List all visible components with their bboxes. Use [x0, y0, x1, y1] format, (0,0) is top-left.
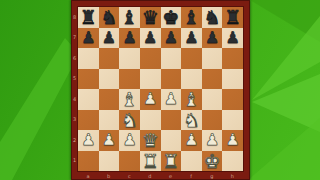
- square-c4[interactable]: ♝: [119, 89, 140, 110]
- piece-black-queen-d8[interactable]: ♛: [142, 7, 159, 27]
- square-c2[interactable]: ♟: [119, 130, 140, 151]
- square-e4[interactable]: ♟: [161, 89, 182, 110]
- piece-black-pawn-d7[interactable]: ♟: [143, 27, 157, 47]
- square-b1[interactable]: [99, 151, 120, 172]
- square-f7[interactable]: ♟: [181, 28, 202, 49]
- square-g4[interactable]: [202, 89, 223, 110]
- piece-black-rook-h8[interactable]: ♜: [224, 7, 241, 27]
- square-g2[interactable]: ♟: [202, 130, 223, 151]
- square-b5[interactable]: [99, 69, 120, 90]
- piece-white-king-g1[interactable]: ♚: [204, 150, 221, 170]
- square-g6[interactable]: [202, 48, 223, 69]
- square-h3[interactable]: [222, 110, 243, 131]
- rank-label-8: 8: [71, 15, 78, 20]
- piece-black-pawn-g7[interactable]: ♟: [205, 27, 219, 47]
- square-f2[interactable]: ♟: [181, 130, 202, 151]
- square-a7[interactable]: ♟: [78, 28, 99, 49]
- file-label-b: b: [104, 173, 114, 179]
- file-label-c: c: [124, 173, 134, 179]
- square-c8[interactable]: ♝: [119, 7, 140, 28]
- square-b4[interactable]: [99, 89, 120, 110]
- piece-black-pawn-f7[interactable]: ♟: [184, 27, 198, 47]
- square-b8[interactable]: ♞: [99, 7, 120, 28]
- rank-label-3: 3: [71, 117, 78, 122]
- rank-label-2: 2: [71, 138, 78, 143]
- chess-board[interactable]: ♜♞♝♛♚♝♞♜♟♟♟♟♟♟♟♟♝♟♟♝♞♞♟♟♟♛♟♟♟♜♜♚ 8765432…: [71, 0, 250, 180]
- piece-black-knight-b8[interactable]: ♞: [100, 7, 117, 27]
- square-h2[interactable]: ♟: [222, 130, 243, 151]
- piece-white-pawn-g2[interactable]: ♟: [205, 130, 219, 150]
- piece-white-pawn-e4[interactable]: ♟: [164, 89, 178, 109]
- square-g5[interactable]: [202, 69, 223, 90]
- square-h1[interactable]: [222, 151, 243, 172]
- square-d7[interactable]: ♟: [140, 28, 161, 49]
- piece-white-pawn-d4[interactable]: ♟: [143, 89, 157, 109]
- square-c6[interactable]: [119, 48, 140, 69]
- piece-black-pawn-c7[interactable]: ♟: [122, 27, 136, 47]
- rank-label-4: 4: [71, 97, 78, 102]
- square-a1[interactable]: [78, 151, 99, 172]
- piece-white-queen-d2[interactable]: ♛: [142, 130, 159, 150]
- square-e7[interactable]: ♟: [161, 28, 182, 49]
- square-e8[interactable]: ♚: [161, 7, 182, 28]
- piece-black-pawn-a7[interactable]: ♟: [81, 27, 95, 47]
- piece-black-rook-a8[interactable]: ♜: [80, 7, 97, 27]
- square-c3[interactable]: ♞: [119, 110, 140, 131]
- square-h4[interactable]: [222, 89, 243, 110]
- file-label-f: f: [186, 173, 196, 179]
- piece-white-rook-d1[interactable]: ♜: [142, 150, 159, 170]
- square-d6[interactable]: [140, 48, 161, 69]
- file-label-d: d: [145, 173, 155, 179]
- piece-white-pawn-h2[interactable]: ♟: [226, 130, 240, 150]
- piece-white-bishop-f4[interactable]: ♝: [183, 89, 200, 109]
- square-a3[interactable]: [78, 110, 99, 131]
- piece-black-bishop-c8[interactable]: ♝: [121, 7, 138, 27]
- square-c5[interactable]: [119, 69, 140, 90]
- file-label-h: h: [227, 173, 237, 179]
- square-b3[interactable]: [99, 110, 120, 131]
- square-c1[interactable]: [119, 151, 140, 172]
- square-e2[interactable]: [161, 130, 182, 151]
- square-g1[interactable]: ♚: [202, 151, 223, 172]
- piece-white-pawn-b2[interactable]: ♟: [102, 130, 116, 150]
- square-a2[interactable]: ♟: [78, 130, 99, 151]
- rank-label-1: 1: [71, 158, 78, 163]
- square-f6[interactable]: [181, 48, 202, 69]
- square-h7[interactable]: ♟: [222, 28, 243, 49]
- square-f4[interactable]: ♝: [181, 89, 202, 110]
- square-b6[interactable]: [99, 48, 120, 69]
- piece-white-pawn-c2[interactable]: ♟: [122, 130, 136, 150]
- piece-black-bishop-f8[interactable]: ♝: [183, 7, 200, 27]
- piece-white-pawn-a2[interactable]: ♟: [81, 130, 95, 150]
- square-d2[interactable]: ♛: [140, 130, 161, 151]
- file-label-e: e: [166, 173, 176, 179]
- square-f3[interactable]: ♞: [181, 110, 202, 131]
- piece-black-pawn-h7[interactable]: ♟: [226, 27, 240, 47]
- square-c7[interactable]: ♟: [119, 28, 140, 49]
- square-d1[interactable]: ♜: [140, 151, 161, 172]
- piece-white-pawn-f2[interactable]: ♟: [184, 130, 198, 150]
- square-e1[interactable]: ♜: [161, 151, 182, 172]
- piece-black-knight-g8[interactable]: ♞: [204, 7, 221, 27]
- square-e5[interactable]: [161, 69, 182, 90]
- square-g3[interactable]: [202, 110, 223, 131]
- rank-label-7: 7: [71, 35, 78, 40]
- square-e6[interactable]: [161, 48, 182, 69]
- square-a6[interactable]: [78, 48, 99, 69]
- square-d5[interactable]: [140, 69, 161, 90]
- square-g8[interactable]: ♞: [202, 7, 223, 28]
- piece-white-rook-e1[interactable]: ♜: [162, 150, 179, 170]
- file-label-a: a: [83, 173, 93, 179]
- rank-label-6: 6: [71, 56, 78, 61]
- square-a8[interactable]: ♜: [78, 7, 99, 28]
- square-f8[interactable]: ♝: [181, 7, 202, 28]
- square-h8[interactable]: ♜: [222, 7, 243, 28]
- square-b7[interactable]: ♟: [99, 28, 120, 49]
- chess-board-squares: ♜♞♝♛♚♝♞♜♟♟♟♟♟♟♟♟♝♟♟♝♞♞♟♟♟♛♟♟♟♜♜♚: [78, 7, 243, 171]
- square-e3[interactable]: [161, 110, 182, 131]
- square-a4[interactable]: [78, 89, 99, 110]
- rank-label-5: 5: [71, 76, 78, 81]
- square-h6[interactable]: [222, 48, 243, 69]
- square-a5[interactable]: [78, 69, 99, 90]
- square-d8[interactable]: ♛: [140, 7, 161, 28]
- square-d3[interactable]: [140, 110, 161, 131]
- file-label-g: g: [207, 173, 217, 179]
- square-h5[interactable]: [222, 69, 243, 90]
- square-f5[interactable]: [181, 69, 202, 90]
- piece-white-knight-c3[interactable]: ♞: [121, 109, 138, 129]
- piece-white-knight-f3[interactable]: ♞: [183, 109, 200, 129]
- square-d4[interactable]: ♟: [140, 89, 161, 110]
- square-b2[interactable]: ♟: [99, 130, 120, 151]
- piece-black-pawn-e7[interactable]: ♟: [164, 27, 178, 47]
- app-screen: ♜♞♝♛♚♝♞♜♟♟♟♟♟♟♟♟♝♟♟♝♞♞♟♟♟♛♟♟♟♜♜♚ 8765432…: [0, 0, 320, 180]
- piece-black-king-e8[interactable]: ♚: [162, 7, 179, 27]
- square-g7[interactable]: ♟: [202, 28, 223, 49]
- piece-black-pawn-b7[interactable]: ♟: [102, 27, 116, 47]
- piece-white-bishop-c4[interactable]: ♝: [121, 89, 138, 109]
- square-f1[interactable]: [181, 151, 202, 172]
